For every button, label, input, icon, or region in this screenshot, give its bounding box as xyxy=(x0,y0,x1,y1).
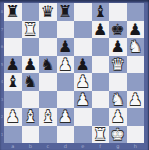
black-rook-a8: ♜ xyxy=(4,3,22,21)
black-rook-d8: ♜ xyxy=(57,3,75,21)
black-pawn-a5: ♟ xyxy=(4,56,22,74)
square-d5[interactable]: ♟ xyxy=(57,56,75,74)
file-label-a: a xyxy=(4,143,22,150)
rank-label-6: 6 xyxy=(0,38,4,56)
black-knight-c5: ♞ xyxy=(39,56,57,74)
square-f7[interactable]: ♟ xyxy=(92,21,110,39)
square-c7[interactable] xyxy=(39,21,57,39)
white-rook-f1: ♜ xyxy=(92,126,110,144)
square-f6[interactable] xyxy=(92,38,110,56)
white-knight-g3: ♞ xyxy=(109,91,127,109)
rank-label-8: 8 xyxy=(0,3,4,21)
square-d1[interactable] xyxy=(57,126,75,144)
rank-labels: 87654321 xyxy=(0,3,4,143)
square-b7[interactable]: ♜ xyxy=(22,21,40,39)
square-h8[interactable] xyxy=(127,3,145,21)
rank-label-7: 7 xyxy=(0,21,4,39)
square-b8[interactable] xyxy=(22,3,40,21)
square-g8[interactable] xyxy=(109,3,127,21)
white-rook-b7: ♜ xyxy=(22,21,40,39)
white-pawn-d2: ♟ xyxy=(57,108,75,126)
square-e3[interactable]: ♟ xyxy=(74,91,92,109)
square-e6[interactable] xyxy=(74,38,92,56)
black-bishop-a4: ♝ xyxy=(4,73,22,91)
chess-board-frame: ♜♛♜♝♜♟♚♟♟♟♞♟♟♞♟♟♛♝♞♟♟♞♟♟♝♝♟♟♜♚ 87654321 … xyxy=(0,0,149,150)
white-queen-g5: ♛ xyxy=(109,56,127,74)
file-label-f: f xyxy=(92,143,110,150)
square-b1[interactable] xyxy=(22,126,40,144)
square-c2[interactable]: ♝ xyxy=(39,108,57,126)
rank-label-5: 5 xyxy=(0,56,4,74)
rank-label-2: 2 xyxy=(0,108,4,126)
white-bishop-b2: ♝ xyxy=(22,108,40,126)
square-a7[interactable] xyxy=(4,21,22,39)
white-pawn-e4: ♟ xyxy=(74,73,92,91)
square-b6[interactable] xyxy=(22,38,40,56)
square-c1[interactable] xyxy=(39,126,57,144)
square-c4[interactable] xyxy=(39,73,57,91)
square-h6[interactable]: ♞ xyxy=(127,38,145,56)
white-pawn-d5: ♟ xyxy=(57,56,75,74)
black-pawn-g6: ♟ xyxy=(109,38,127,56)
square-e1[interactable] xyxy=(74,126,92,144)
black-pawn-f7: ♟ xyxy=(92,21,110,39)
square-d8[interactable]: ♜ xyxy=(57,3,75,21)
square-e2[interactable] xyxy=(74,108,92,126)
rank-label-3: 3 xyxy=(0,91,4,109)
square-d7[interactable] xyxy=(57,21,75,39)
black-queen-c8: ♛ xyxy=(39,3,57,21)
square-a2[interactable]: ♟ xyxy=(4,108,22,126)
square-e7[interactable] xyxy=(74,21,92,39)
square-d6[interactable]: ♟ xyxy=(57,38,75,56)
square-g3[interactable]: ♞ xyxy=(109,91,127,109)
square-h5[interactable] xyxy=(127,56,145,74)
file-label-b: b xyxy=(22,143,40,150)
black-pawn-h7: ♟ xyxy=(127,21,145,39)
square-a8[interactable]: ♜ xyxy=(4,3,22,21)
file-label-c: c xyxy=(39,143,57,150)
square-d3[interactable] xyxy=(57,91,75,109)
square-a3[interactable] xyxy=(4,91,22,109)
square-e4[interactable]: ♟ xyxy=(74,73,92,91)
square-f4[interactable] xyxy=(92,73,110,91)
square-g5[interactable]: ♛ xyxy=(109,56,127,74)
white-king-g1: ♚ xyxy=(109,126,127,144)
chess-board: ♜♛♜♝♜♟♚♟♟♟♞♟♟♞♟♟♛♝♞♟♟♞♟♟♝♝♟♟♜♚ xyxy=(4,3,144,143)
square-h4[interactable] xyxy=(127,73,145,91)
square-f2[interactable] xyxy=(92,108,110,126)
square-d4[interactable] xyxy=(57,73,75,91)
black-knight-b4: ♞ xyxy=(22,73,40,91)
square-c5[interactable]: ♞ xyxy=(39,56,57,74)
square-f1[interactable]: ♜ xyxy=(92,126,110,144)
square-g7[interactable]: ♚ xyxy=(109,21,127,39)
black-king-g7: ♚ xyxy=(109,21,127,39)
square-d2[interactable]: ♟ xyxy=(57,108,75,126)
square-a5[interactable]: ♟ xyxy=(4,56,22,74)
square-h2[interactable] xyxy=(127,108,145,126)
black-pawn-e5: ♟ xyxy=(74,56,92,74)
square-b4[interactable]: ♞ xyxy=(22,73,40,91)
black-pawn-b5: ♟ xyxy=(22,56,40,74)
square-g2[interactable]: ♟ xyxy=(109,108,127,126)
square-g4[interactable] xyxy=(109,73,127,91)
square-b3[interactable] xyxy=(22,91,40,109)
black-pawn-d6: ♟ xyxy=(57,38,75,56)
square-b5[interactable]: ♟ xyxy=(22,56,40,74)
file-label-h: h xyxy=(127,143,145,150)
rank-label-1: 1 xyxy=(0,126,4,144)
square-e8[interactable] xyxy=(74,3,92,21)
square-f3[interactable] xyxy=(92,91,110,109)
file-labels: abcdefgh xyxy=(4,143,144,150)
square-c6[interactable] xyxy=(39,38,57,56)
white-pawn-e3: ♟ xyxy=(74,91,92,109)
square-c3[interactable] xyxy=(39,91,57,109)
file-label-d: d xyxy=(57,143,75,150)
square-a4[interactable]: ♝ xyxy=(4,73,22,91)
file-label-g: g xyxy=(109,143,127,150)
white-bishop-c2: ♝ xyxy=(39,108,57,126)
square-h7[interactable]: ♟ xyxy=(127,21,145,39)
square-h3[interactable]: ♟ xyxy=(127,91,145,109)
square-c8[interactable]: ♛ xyxy=(39,3,57,21)
file-label-e: e xyxy=(74,143,92,150)
square-g1[interactable]: ♚ xyxy=(109,126,127,144)
square-h1[interactable] xyxy=(127,126,145,144)
white-knight-h6: ♞ xyxy=(127,38,145,56)
square-a6[interactable] xyxy=(4,38,22,56)
white-pawn-a2: ♟ xyxy=(4,108,22,126)
white-pawn-h3: ♟ xyxy=(127,91,145,109)
square-a1[interactable] xyxy=(4,126,22,144)
square-f5[interactable] xyxy=(92,56,110,74)
square-f8[interactable]: ♝ xyxy=(92,3,110,21)
rank-label-4: 4 xyxy=(0,73,4,91)
black-bishop-f8: ♝ xyxy=(92,3,110,21)
white-pawn-g2: ♟ xyxy=(109,108,127,126)
square-e5[interactable]: ♟ xyxy=(74,56,92,74)
square-g6[interactable]: ♟ xyxy=(109,38,127,56)
square-b2[interactable]: ♝ xyxy=(22,108,40,126)
